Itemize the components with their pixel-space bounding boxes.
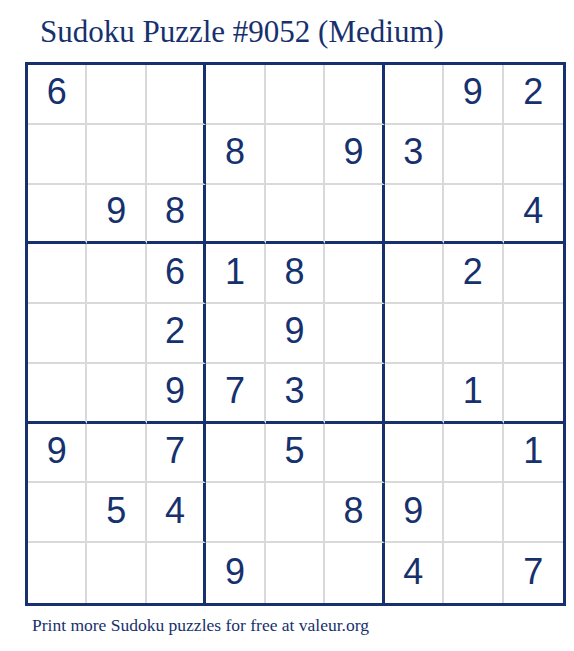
cell-r4c2[interactable] [87, 244, 146, 304]
cell-r5c3[interactable]: 2 [147, 304, 206, 364]
cell-r7c1[interactable]: 9 [28, 424, 87, 484]
cell-r9c2[interactable] [87, 543, 146, 603]
cell-r3c9[interactable]: 4 [504, 185, 563, 245]
cell-r1c2[interactable] [87, 65, 146, 125]
cell-r8c7[interactable]: 9 [385, 483, 444, 543]
cell-r2c6[interactable]: 9 [325, 125, 384, 185]
cell-r2c3[interactable] [147, 125, 206, 185]
cell-r8c1[interactable] [28, 483, 87, 543]
cell-r7c6[interactable] [325, 424, 384, 484]
cell-r9c9[interactable]: 7 [504, 543, 563, 603]
cell-r3c2[interactable]: 9 [87, 185, 146, 245]
cell-r2c4[interactable]: 8 [206, 125, 265, 185]
cell-r2c9[interactable] [504, 125, 563, 185]
cell-r5c9[interactable] [504, 304, 563, 364]
cell-r6c3[interactable]: 9 [147, 364, 206, 424]
cell-r2c1[interactable] [28, 125, 87, 185]
cell-r4c4[interactable]: 1 [206, 244, 265, 304]
cell-r2c5[interactable] [266, 125, 325, 185]
cell-r5c8[interactable] [444, 304, 503, 364]
cell-r8c2[interactable]: 5 [87, 483, 146, 543]
cell-r9c6[interactable] [325, 543, 384, 603]
cell-r7c7[interactable] [385, 424, 444, 484]
cell-r3c1[interactable] [28, 185, 87, 245]
footer-text: Print more Sudoku puzzles for free at va… [32, 615, 369, 636]
cell-r5c7[interactable] [385, 304, 444, 364]
cell-r1c5[interactable] [266, 65, 325, 125]
cell-r7c2[interactable] [87, 424, 146, 484]
cell-r5c6[interactable] [325, 304, 384, 364]
cell-r9c5[interactable] [266, 543, 325, 603]
cell-r3c5[interactable] [266, 185, 325, 245]
page-title: Sudoku Puzzle #9052 (Medium) [40, 14, 444, 50]
cell-r4c8[interactable]: 2 [444, 244, 503, 304]
cell-r5c1[interactable] [28, 304, 87, 364]
cell-r8c4[interactable] [206, 483, 265, 543]
cell-r1c1[interactable]: 6 [28, 65, 87, 125]
cell-r5c2[interactable] [87, 304, 146, 364]
cell-r8c6[interactable]: 8 [325, 483, 384, 543]
cell-r6c9[interactable] [504, 364, 563, 424]
cell-r1c7[interactable] [385, 65, 444, 125]
cell-r9c8[interactable] [444, 543, 503, 603]
cell-r8c9[interactable] [504, 483, 563, 543]
cell-r9c7[interactable]: 4 [385, 543, 444, 603]
cell-r5c5[interactable]: 9 [266, 304, 325, 364]
cell-r6c7[interactable] [385, 364, 444, 424]
cell-r3c4[interactable] [206, 185, 265, 245]
cell-r1c3[interactable] [147, 65, 206, 125]
cell-r6c4[interactable]: 7 [206, 364, 265, 424]
cell-r3c8[interactable] [444, 185, 503, 245]
cell-r6c2[interactable] [87, 364, 146, 424]
cell-r7c4[interactable] [206, 424, 265, 484]
cell-r6c5[interactable]: 3 [266, 364, 325, 424]
cell-r9c4[interactable]: 9 [206, 543, 265, 603]
cell-r7c3[interactable]: 7 [147, 424, 206, 484]
cell-r7c9[interactable]: 1 [504, 424, 563, 484]
cell-r1c8[interactable]: 9 [444, 65, 503, 125]
cell-r3c7[interactable] [385, 185, 444, 245]
sudoku-board: 692893984618229973197515489947 [25, 62, 566, 606]
cell-r3c6[interactable] [325, 185, 384, 245]
cell-r4c9[interactable] [504, 244, 563, 304]
cell-r4c3[interactable]: 6 [147, 244, 206, 304]
cell-r1c6[interactable] [325, 65, 384, 125]
cell-r8c3[interactable]: 4 [147, 483, 206, 543]
cell-r7c8[interactable] [444, 424, 503, 484]
cell-r2c7[interactable]: 3 [385, 125, 444, 185]
cell-r7c5[interactable]: 5 [266, 424, 325, 484]
cell-r2c2[interactable] [87, 125, 146, 185]
cell-r4c7[interactable] [385, 244, 444, 304]
cell-r1c4[interactable] [206, 65, 265, 125]
cell-r3c3[interactable]: 8 [147, 185, 206, 245]
cell-r6c6[interactable] [325, 364, 384, 424]
cell-r2c8[interactable] [444, 125, 503, 185]
cell-r8c5[interactable] [266, 483, 325, 543]
cell-r9c3[interactable] [147, 543, 206, 603]
cell-r4c5[interactable]: 8 [266, 244, 325, 304]
cell-r4c1[interactable] [28, 244, 87, 304]
cell-r9c1[interactable] [28, 543, 87, 603]
cell-r6c1[interactable] [28, 364, 87, 424]
cell-r8c8[interactable] [444, 483, 503, 543]
cell-r6c8[interactable]: 1 [444, 364, 503, 424]
cell-r5c4[interactable] [206, 304, 265, 364]
cell-r4c6[interactable] [325, 244, 384, 304]
cell-r1c9[interactable]: 2 [504, 65, 563, 125]
